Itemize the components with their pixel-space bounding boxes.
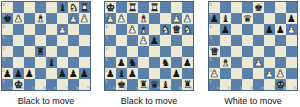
square-h8 bbox=[182, 2, 193, 13]
square-e2 bbox=[253, 68, 264, 79]
black-bishop: ♝ bbox=[57, 2, 68, 13]
square-e4 bbox=[253, 46, 264, 57]
square-e7 bbox=[149, 13, 160, 24]
puzzle-1-caption: Black to move bbox=[1, 96, 91, 106]
square-f7 bbox=[160, 13, 171, 24]
rank-label: 2 bbox=[106, 69, 108, 73]
square-a1: 1a bbox=[209, 79, 220, 90]
square-b6 bbox=[13, 24, 24, 35]
square-c8: ♜ bbox=[127, 2, 138, 13]
black-pawn: ♟ bbox=[264, 24, 275, 35]
square-c2: ♟ bbox=[127, 68, 138, 79]
square-b1: b♚ bbox=[116, 79, 127, 90]
rank-label: 6 bbox=[3, 25, 5, 29]
rank-label: 8 bbox=[3, 3, 5, 7]
rank-label: 2 bbox=[210, 69, 212, 73]
square-d2 bbox=[138, 68, 149, 79]
square-c4 bbox=[24, 46, 35, 57]
square-d4 bbox=[138, 46, 149, 57]
puzzle-thumbnails-page: 8♝♞♜7♚♟♝♟♟6♟54♜3♝2♟♟♟♟♟♟1ab♚cdefgh Black… bbox=[0, 0, 300, 107]
square-h4 bbox=[286, 46, 297, 57]
square-g7: ♟ bbox=[68, 13, 79, 24]
square-a2: 2♟ bbox=[105, 68, 116, 79]
square-d5: ♟ bbox=[138, 35, 149, 46]
square-g1: g bbox=[171, 79, 182, 90]
square-h3 bbox=[79, 57, 90, 68]
square-b6: ♟ bbox=[220, 24, 231, 35]
square-c4 bbox=[127, 46, 138, 57]
black-pawn: ♟ bbox=[286, 13, 297, 24]
square-e3: ♝ bbox=[46, 57, 57, 68]
square-e5 bbox=[46, 35, 57, 46]
square-d5 bbox=[242, 35, 253, 46]
square-f7 bbox=[57, 13, 68, 24]
rank-label: 7 bbox=[3, 14, 5, 18]
square-c2 bbox=[231, 68, 242, 79]
square-e2 bbox=[46, 68, 57, 79]
rank-label: 7 bbox=[106, 14, 108, 18]
square-g4 bbox=[171, 46, 182, 57]
rank-label: 2 bbox=[3, 69, 5, 73]
square-e3 bbox=[149, 57, 160, 68]
square-d1: d bbox=[35, 79, 46, 90]
square-e6 bbox=[149, 24, 160, 35]
square-d5 bbox=[35, 35, 46, 46]
white-bishop: ♝ bbox=[220, 57, 231, 68]
square-h4 bbox=[182, 46, 193, 57]
square-d1: d bbox=[242, 79, 253, 90]
square-c6 bbox=[231, 24, 242, 35]
chess-board-2: 8♚♜♜7♟♟♝♟♟6♟♝♞♛♞5♟♟43♟♞♞♟2♟♝♟♟1ab♚cd♜e♛f… bbox=[104, 1, 194, 91]
square-d3 bbox=[138, 57, 149, 68]
square-a7: 7♟ bbox=[209, 13, 220, 24]
square-b3: ♝ bbox=[220, 57, 231, 68]
white-pawn: ♟ bbox=[127, 24, 138, 35]
square-h1: h♜ bbox=[182, 79, 193, 90]
square-g8 bbox=[275, 2, 286, 13]
square-a5: 5 bbox=[2, 35, 13, 46]
square-a2: 2♟ bbox=[209, 68, 220, 79]
square-a3: 3 bbox=[105, 57, 116, 68]
square-c1: c bbox=[24, 79, 35, 90]
square-h7: ♟ bbox=[79, 13, 90, 24]
square-d7: ♝ bbox=[138, 13, 149, 24]
white-knight: ♞ bbox=[160, 24, 171, 35]
square-b5 bbox=[116, 35, 127, 46]
square-g5 bbox=[275, 35, 286, 46]
square-d7: ♛ bbox=[242, 13, 253, 24]
square-d8 bbox=[35, 2, 46, 13]
square-f4 bbox=[264, 46, 275, 57]
square-g7: ♟ bbox=[171, 13, 182, 24]
white-pawn: ♟ bbox=[79, 13, 90, 24]
square-e8: ♚ bbox=[253, 2, 264, 13]
square-f7 bbox=[264, 13, 275, 24]
square-b4 bbox=[13, 46, 24, 57]
white-knight: ♞ bbox=[68, 2, 79, 13]
white-pawn: ♟ bbox=[253, 57, 264, 68]
square-d3 bbox=[242, 57, 253, 68]
puzzle-2-caption: Black to move bbox=[104, 96, 194, 106]
square-f8 bbox=[264, 2, 275, 13]
black-pawn: ♟ bbox=[57, 68, 68, 79]
rank-label: 4 bbox=[210, 47, 212, 51]
rank-label: 5 bbox=[3, 36, 5, 40]
square-d3 bbox=[35, 57, 46, 68]
white-pawn: ♟ bbox=[116, 13, 127, 24]
black-knight: ♞ bbox=[160, 57, 171, 68]
square-f4 bbox=[160, 46, 171, 57]
black-knight: ♞ bbox=[127, 57, 138, 68]
white-bishop: ♝ bbox=[138, 24, 149, 35]
square-a6: 6 bbox=[209, 24, 220, 35]
square-e5: ♟ bbox=[149, 35, 160, 46]
square-b6 bbox=[116, 24, 127, 35]
square-d4 bbox=[242, 46, 253, 57]
square-d6 bbox=[242, 24, 253, 35]
square-g2: ♟ bbox=[275, 68, 286, 79]
square-f8: ♝ bbox=[57, 2, 68, 13]
square-f1: f♝ bbox=[160, 79, 171, 90]
square-g5 bbox=[171, 35, 182, 46]
square-g4 bbox=[68, 46, 79, 57]
square-b3: ♟ bbox=[116, 57, 127, 68]
rank-label: 1 bbox=[210, 80, 212, 84]
square-c6 bbox=[24, 24, 35, 35]
square-c1: c bbox=[231, 79, 242, 90]
square-e1: e♛ bbox=[149, 79, 160, 90]
square-d2 bbox=[35, 68, 46, 79]
square-h8 bbox=[286, 2, 297, 13]
square-f5 bbox=[160, 35, 171, 46]
square-h2 bbox=[182, 68, 193, 79]
square-b5 bbox=[13, 35, 24, 46]
square-f2 bbox=[160, 68, 171, 79]
square-e1: e bbox=[253, 79, 264, 90]
square-a7: 7♚ bbox=[2, 13, 13, 24]
square-c5 bbox=[127, 35, 138, 46]
white-bishop: ♝ bbox=[138, 13, 149, 24]
square-a7: 7♟ bbox=[105, 13, 116, 24]
square-g6: ♟ bbox=[275, 24, 286, 35]
square-c3 bbox=[24, 57, 35, 68]
square-e6 bbox=[46, 24, 57, 35]
square-e4 bbox=[149, 46, 160, 57]
square-h4 bbox=[79, 46, 90, 57]
puzzle-3-caption: White to move bbox=[208, 96, 298, 106]
square-g1: g♚ bbox=[275, 79, 286, 90]
square-c7 bbox=[24, 13, 35, 24]
square-b3 bbox=[13, 57, 24, 68]
white-bishop: ♝ bbox=[35, 13, 46, 24]
square-a4: 4♛ bbox=[209, 46, 220, 57]
white-pawn: ♟ bbox=[57, 24, 68, 35]
square-b2 bbox=[220, 68, 231, 79]
square-d8 bbox=[242, 2, 253, 13]
square-a8: 8 bbox=[209, 2, 220, 13]
square-h1: h bbox=[286, 79, 297, 90]
black-pawn: ♟ bbox=[79, 68, 90, 79]
square-g7 bbox=[275, 13, 286, 24]
square-c3 bbox=[231, 57, 242, 68]
square-d2 bbox=[242, 68, 253, 79]
square-a5: 5 bbox=[105, 35, 116, 46]
file-label: h bbox=[190, 86, 192, 90]
square-b5 bbox=[220, 35, 231, 46]
square-g3 bbox=[68, 57, 79, 68]
square-a6: 6 bbox=[2, 24, 13, 35]
square-c8 bbox=[231, 2, 242, 13]
black-pawn: ♟ bbox=[13, 68, 24, 79]
square-h3 bbox=[286, 57, 297, 68]
square-e8: ♜ bbox=[149, 2, 160, 13]
rank-label: 4 bbox=[3, 47, 5, 51]
square-e3: ♟ bbox=[253, 57, 264, 68]
square-h7: ♟ bbox=[182, 13, 193, 24]
square-f6: ♟ bbox=[57, 24, 68, 35]
square-f2: ♟ bbox=[57, 68, 68, 79]
square-b4 bbox=[116, 46, 127, 57]
square-f1: f bbox=[57, 79, 68, 90]
square-h1: h bbox=[79, 79, 90, 90]
square-b1: b bbox=[220, 79, 231, 90]
puzzle-1[interactable]: 8♝♞♜7♚♟♝♟♟6♟54♜3♝2♟♟♟♟♟♟1ab♚cdefgh Black… bbox=[1, 1, 91, 106]
puzzle-3[interactable]: 8♚7♟♝♛♟6♟♟♟♟54♛3♝♟2♟♟♟1abcdefg♚h White t… bbox=[208, 1, 298, 106]
square-h2 bbox=[286, 68, 297, 79]
white-knight: ♞ bbox=[182, 24, 193, 35]
white-pawn: ♟ bbox=[68, 13, 79, 24]
black-bishop: ♝ bbox=[116, 68, 127, 79]
square-g8 bbox=[171, 2, 182, 13]
square-f8 bbox=[160, 2, 171, 13]
white-rook: ♜ bbox=[127, 2, 138, 13]
square-g3 bbox=[275, 57, 286, 68]
square-b7: ♝ bbox=[220, 13, 231, 24]
black-pawn: ♟ bbox=[182, 57, 193, 68]
black-bishop: ♝ bbox=[220, 13, 231, 24]
square-c6: ♟ bbox=[127, 24, 138, 35]
square-a1: 1a bbox=[105, 79, 116, 90]
black-pawn: ♟ bbox=[275, 24, 286, 35]
square-g2: ♟ bbox=[68, 68, 79, 79]
square-e7 bbox=[46, 13, 57, 24]
square-b8 bbox=[220, 2, 231, 13]
black-pawn: ♟ bbox=[116, 57, 127, 68]
square-d6 bbox=[35, 24, 46, 35]
square-e2 bbox=[149, 68, 160, 79]
square-e8 bbox=[46, 2, 57, 13]
white-pawn: ♟ bbox=[171, 13, 182, 24]
square-g3 bbox=[171, 57, 182, 68]
white-rook: ♜ bbox=[149, 2, 160, 13]
square-f3: ♞ bbox=[160, 57, 171, 68]
black-pawn: ♟ bbox=[127, 68, 138, 79]
square-c2: ♟ bbox=[24, 68, 35, 79]
square-h3: ♟ bbox=[182, 57, 193, 68]
file-label: h bbox=[87, 86, 89, 90]
square-h5 bbox=[286, 35, 297, 46]
black-pawn: ♟ bbox=[68, 68, 79, 79]
square-d7: ♝ bbox=[35, 13, 46, 24]
square-g2: ♟ bbox=[171, 68, 182, 79]
black-pawn: ♟ bbox=[220, 24, 231, 35]
white-pawn: ♟ bbox=[275, 68, 286, 79]
rank-label: 1 bbox=[3, 80, 5, 84]
square-e7 bbox=[253, 13, 264, 24]
square-a8: 8 bbox=[2, 2, 13, 13]
rank-label: 3 bbox=[210, 58, 212, 62]
square-a6: 6 bbox=[105, 24, 116, 35]
square-g8: ♞ bbox=[68, 2, 79, 13]
square-h8: ♜ bbox=[79, 2, 90, 13]
square-h6: ♞ bbox=[182, 24, 193, 35]
square-b2: ♟ bbox=[13, 68, 24, 79]
rank-label: 4 bbox=[106, 47, 108, 51]
square-c5 bbox=[24, 35, 35, 46]
square-g6 bbox=[68, 24, 79, 35]
white-pawn: ♟ bbox=[182, 13, 193, 24]
square-d6: ♝ bbox=[138, 24, 149, 35]
square-e1: e bbox=[46, 79, 57, 90]
square-d8 bbox=[138, 2, 149, 13]
black-bishop: ♝ bbox=[46, 57, 57, 68]
square-g6: ♛ bbox=[171, 24, 182, 35]
square-c1: c bbox=[127, 79, 138, 90]
square-f2: ♟ bbox=[264, 68, 275, 79]
file-label: h bbox=[294, 86, 296, 90]
square-g5 bbox=[68, 35, 79, 46]
square-b4 bbox=[220, 46, 231, 57]
black-king: ♚ bbox=[253, 2, 264, 13]
square-a8: 8♚ bbox=[105, 2, 116, 13]
white-pawn: ♟ bbox=[138, 35, 149, 46]
square-f6: ♞ bbox=[160, 24, 171, 35]
square-a2: 2♟ bbox=[2, 68, 13, 79]
rank-label: 3 bbox=[3, 58, 5, 62]
rank-label: 8 bbox=[210, 3, 212, 7]
square-h7: ♟ bbox=[286, 13, 297, 24]
square-c3: ♞ bbox=[127, 57, 138, 68]
black-pawn: ♟ bbox=[149, 35, 160, 46]
square-c5 bbox=[231, 35, 242, 46]
square-e4 bbox=[46, 46, 57, 57]
square-f3 bbox=[57, 57, 68, 68]
square-c4 bbox=[231, 46, 242, 57]
black-rook: ♜ bbox=[35, 46, 46, 57]
square-b1: b♚ bbox=[13, 79, 24, 90]
white-pawn: ♟ bbox=[286, 24, 297, 35]
square-a3: 3 bbox=[2, 57, 13, 68]
black-pawn: ♟ bbox=[171, 68, 182, 79]
rank-label: 6 bbox=[106, 25, 108, 29]
square-h5 bbox=[79, 35, 90, 46]
rank-label: 5 bbox=[210, 36, 212, 40]
square-c7 bbox=[127, 13, 138, 24]
square-e5 bbox=[253, 35, 264, 46]
square-f6: ♟ bbox=[264, 24, 275, 35]
square-g4 bbox=[275, 46, 286, 57]
square-b8 bbox=[116, 2, 127, 13]
white-rook: ♜ bbox=[79, 2, 90, 13]
square-d4: ♜ bbox=[35, 46, 46, 57]
white-queen: ♛ bbox=[171, 24, 182, 35]
puzzle-2[interactable]: 8♚♜♜7♟♟♝♟♟6♟♝♞♛♞5♟♟43♟♞♞♟2♟♝♟♟1ab♚cd♜e♛f… bbox=[104, 1, 194, 106]
square-h6 bbox=[79, 24, 90, 35]
square-a3: 3 bbox=[209, 57, 220, 68]
square-h2: ♟ bbox=[79, 68, 90, 79]
square-a5: 5 bbox=[209, 35, 220, 46]
chess-board-3: 8♚7♟♝♛♟6♟♟♟♟54♛3♝♟2♟♟♟1abcdefg♚h bbox=[208, 1, 298, 91]
rank-label: 5 bbox=[106, 36, 108, 40]
square-f5 bbox=[57, 35, 68, 46]
square-b7: ♟ bbox=[116, 13, 127, 24]
rank-label: 1 bbox=[106, 80, 108, 84]
square-f4 bbox=[57, 46, 68, 57]
square-h5 bbox=[182, 35, 193, 46]
square-b2: ♝ bbox=[116, 68, 127, 79]
rank-label: 3 bbox=[106, 58, 108, 62]
black-pawn: ♟ bbox=[24, 68, 35, 79]
square-d1: d♜ bbox=[138, 79, 149, 90]
white-pawn: ♟ bbox=[264, 68, 275, 79]
rank-label: 6 bbox=[210, 25, 212, 29]
square-a4: 4 bbox=[105, 46, 116, 57]
square-c8 bbox=[24, 2, 35, 13]
square-f5 bbox=[264, 35, 275, 46]
white-pawn: ♟ bbox=[13, 13, 24, 24]
square-c7 bbox=[231, 13, 242, 24]
chess-board-1: 8♝♞♜7♚♟♝♟♟6♟54♜3♝2♟♟♟♟♟♟1ab♚cdefgh bbox=[1, 1, 91, 91]
square-e6 bbox=[253, 24, 264, 35]
square-a1: 1a bbox=[2, 79, 13, 90]
square-h6: ♟ bbox=[286, 24, 297, 35]
square-f3 bbox=[264, 57, 275, 68]
black-queen: ♛ bbox=[242, 13, 253, 24]
square-b7: ♟ bbox=[13, 13, 24, 24]
square-f1: f bbox=[264, 79, 275, 90]
rank-label: 7 bbox=[210, 14, 212, 18]
rank-label: 8 bbox=[106, 3, 108, 7]
square-a4: 4 bbox=[2, 46, 13, 57]
square-b8 bbox=[13, 2, 24, 13]
square-g1: g bbox=[68, 79, 79, 90]
